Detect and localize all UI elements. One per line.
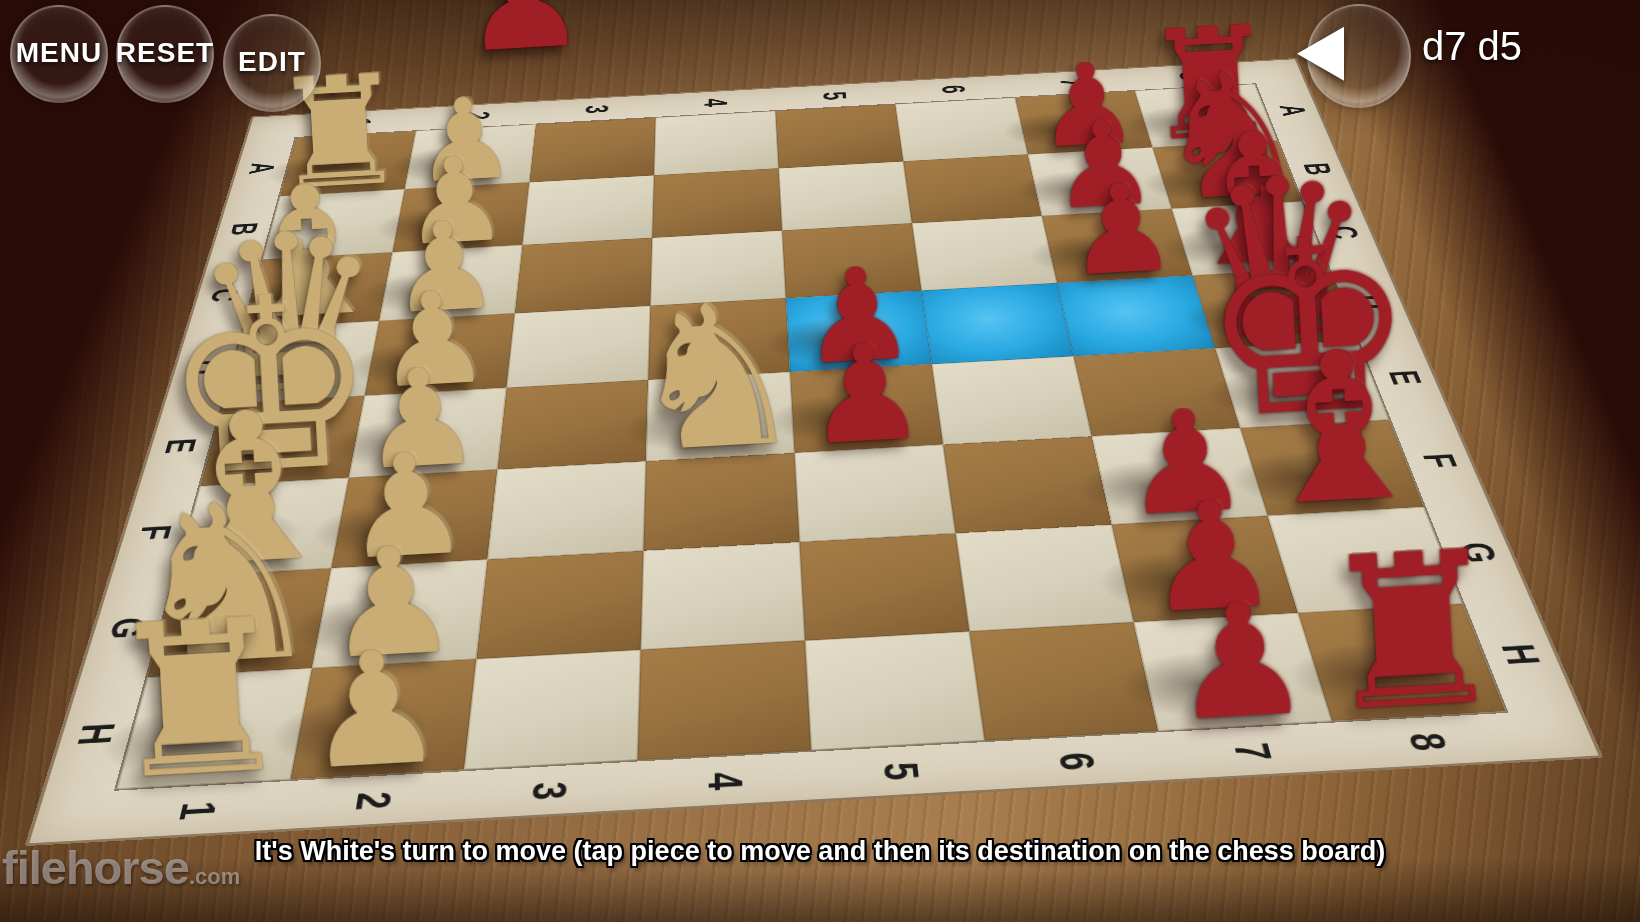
table-surface: 12345678 12345678 ABCDEFGH ABCDEFGH ♜♟♟♜… <box>0 0 1640 922</box>
square-a3[interactable] <box>529 118 655 183</box>
square-d6[interactable] <box>921 283 1073 364</box>
reset-button[interactable]: RESET <box>116 5 214 103</box>
square-h5[interactable] <box>805 631 985 750</box>
reset-button-label: RESET <box>106 37 224 69</box>
square-e4[interactable]: ♞ <box>646 372 795 461</box>
rank-top-label-3: 3 <box>578 104 615 114</box>
undo-move-button[interactable] <box>1307 4 1411 108</box>
captured-red-piece: ♟ <box>455 0 593 72</box>
square-h1[interactable]: ♜ <box>117 668 312 789</box>
rank-bottom-label-7: 7 <box>1223 741 1281 761</box>
rank-bottom-label-1: 1 <box>169 800 226 821</box>
piece-white-rook-h1[interactable]: ♜ <box>101 612 298 786</box>
piece-white-pawn-h2[interactable]: ♟ <box>301 645 448 775</box>
rank-top-label-4: 4 <box>697 97 733 107</box>
square-f5[interactable] <box>795 445 956 542</box>
square-b4[interactable] <box>652 168 782 237</box>
rank-bottom-label-5: 5 <box>873 761 928 782</box>
square-a4[interactable] <box>654 111 779 175</box>
square-e5[interactable]: ♟ <box>790 364 943 453</box>
square-h3[interactable] <box>464 650 641 770</box>
square-c7[interactable]: ♟ <box>1042 209 1193 283</box>
rank-bottom-label-8: 8 <box>1398 731 1457 751</box>
menu-button[interactable]: MENU <box>10 5 108 103</box>
square-g5[interactable] <box>800 533 970 640</box>
piece-white-knight-e4[interactable]: ♞ <box>624 297 809 460</box>
rank-bottom-label-4: 4 <box>698 770 751 791</box>
square-g4[interactable] <box>641 542 805 650</box>
rank-top-label-5: 5 <box>816 91 853 101</box>
app-window: 12345678 12345678 ABCDEFGH ABCDEFGH ♜♟♟♜… <box>0 0 1640 922</box>
square-f3[interactable] <box>487 461 646 559</box>
rank-bottom-label-2: 2 <box>345 790 401 811</box>
piece-red-pawn-h7[interactable]: ♟ <box>1167 597 1314 727</box>
piece-red-pawn-c7[interactable]: ♟ <box>1064 179 1179 280</box>
square-h2[interactable]: ♟ <box>290 659 476 779</box>
square-b3[interactable] <box>522 175 654 245</box>
piece-red-rook-h8[interactable]: ♜ <box>1314 544 1511 718</box>
piece-red-pawn-e5[interactable]: ♟ <box>803 339 929 450</box>
square-a5[interactable] <box>775 104 903 168</box>
square-h4[interactable] <box>638 641 812 760</box>
menu-button-label: MENU <box>0 37 118 69</box>
square-f4[interactable] <box>643 453 799 551</box>
rank-bottom-label-6: 6 <box>1048 751 1104 772</box>
back-triangle-icon <box>1297 27 1344 81</box>
square-b5[interactable] <box>779 161 912 230</box>
edit-button-label: EDIT <box>213 46 331 78</box>
rank-bottom-label-3: 3 <box>522 780 576 801</box>
edit-button[interactable]: EDIT <box>223 14 321 112</box>
square-h8[interactable]: ♜ <box>1298 604 1505 721</box>
square-e6[interactable] <box>932 356 1092 444</box>
square-h7[interactable]: ♟ <box>1134 613 1332 731</box>
chess-board: 12345678 12345678 ABCDEFGH ABCDEFGH ♜♟♟♜… <box>25 58 1604 846</box>
square-g3[interactable] <box>476 551 643 659</box>
rank-top-label-6: 6 <box>934 84 971 94</box>
board-squares: ♜♟♟♜♟♟♞♝♟♟♝♛♟♟♛♚♟♞♟♚♝♟♟♝♞♟♟♜♟♟♜ <box>117 84 1506 789</box>
